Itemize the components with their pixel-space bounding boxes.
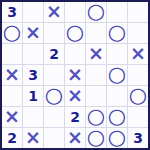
circle-mark-r6c6[interactable]: ○ [107, 107, 127, 127]
cell-r6c2[interactable] [23, 107, 43, 127]
cell-r3c2[interactable] [23, 44, 43, 64]
cell-r1c6[interactable] [107, 2, 127, 22]
cell-r1c1: 3 [2, 2, 22, 22]
cell-r7c7: 3 [128, 128, 148, 148]
cell-r3c1[interactable] [2, 44, 22, 64]
cell-r5c2: 1 [23, 86, 43, 106]
cell-r5c5[interactable] [86, 86, 106, 106]
cell-r5c1[interactable] [2, 86, 22, 106]
cell-r4c7[interactable] [128, 65, 148, 85]
circle-mark-r2c4[interactable]: ○ [65, 23, 85, 43]
circle-mark-r2c6[interactable]: ○ [107, 23, 127, 43]
circle-mark-r7c6[interactable]: ○ [107, 128, 127, 148]
cross-mark-r7c4[interactable]: × [65, 128, 85, 148]
circle-mark-r6c5[interactable]: ○ [86, 107, 106, 127]
cell-r6c3[interactable] [44, 107, 64, 127]
cell-r7c1: 2 [2, 128, 22, 148]
circle-mark-r5c3[interactable]: ○ [44, 86, 64, 106]
cell-r1c4[interactable] [65, 2, 85, 22]
cell-r6c7[interactable] [128, 107, 148, 127]
cell-r2c7[interactable] [128, 23, 148, 43]
cell-r4c3[interactable] [44, 65, 64, 85]
circle-mark-r7c5[interactable]: ○ [86, 128, 106, 148]
cell-r1c2[interactable] [23, 2, 43, 22]
circle-mark-r5c7[interactable]: ○ [128, 86, 148, 106]
cross-mark-r3c5[interactable]: × [86, 44, 106, 64]
cell-r3c6[interactable] [107, 44, 127, 64]
circle-mark-r1c5[interactable]: ○ [86, 2, 106, 22]
circle-mark-r4c6[interactable]: ○ [107, 65, 127, 85]
cross-mark-r3c7[interactable]: × [128, 44, 148, 64]
cross-mark-r5c4[interactable]: × [65, 86, 85, 106]
cross-mark-r4c4[interactable]: × [65, 65, 85, 85]
cell-r2c3[interactable] [44, 23, 64, 43]
cross-mark-r7c2[interactable]: × [23, 128, 43, 148]
cell-r5c6[interactable] [107, 86, 127, 106]
cell-r1c7[interactable] [128, 2, 148, 22]
cross-mark-r4c1[interactable]: × [2, 65, 22, 85]
cell-r2c5[interactable] [86, 23, 106, 43]
cell-r3c4[interactable] [65, 44, 85, 64]
cell-r3c3: 2 [44, 44, 64, 64]
puzzle-board: 3×○○×○○2×××3×○1○×○×2○○2××○○3 [0, 0, 150, 150]
cross-mark-r1c3[interactable]: × [44, 2, 64, 22]
cell-r4c5[interactable] [86, 65, 106, 85]
circle-mark-r2c1[interactable]: ○ [2, 23, 22, 43]
cross-mark-r6c1[interactable]: × [2, 107, 22, 127]
cross-mark-r2c2[interactable]: × [23, 23, 43, 43]
cell-r4c2: 3 [23, 65, 43, 85]
cell-r6c4: 2 [65, 107, 85, 127]
cell-r7c3[interactable] [44, 128, 64, 148]
